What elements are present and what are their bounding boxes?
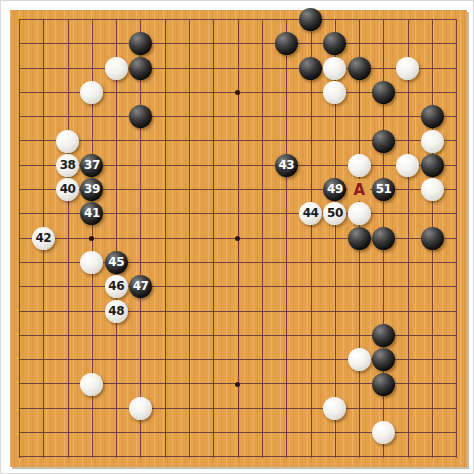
move-number: 42: [35, 227, 51, 250]
stone-white[interactable]: [396, 154, 419, 177]
stone-white[interactable]: [421, 178, 444, 201]
stone-black-move-51[interactable]: 51: [372, 178, 395, 201]
move-number: 48: [108, 300, 124, 323]
stone-white-move-38[interactable]: 38: [56, 154, 79, 177]
stone-black[interactable]: [348, 57, 371, 80]
annotation-a[interactable]: A: [348, 179, 370, 201]
stone-white[interactable]: [396, 57, 419, 80]
stone-black[interactable]: [372, 81, 395, 104]
stone-black-move-43[interactable]: 43: [275, 154, 298, 177]
move-number: 49: [327, 178, 343, 201]
move-number: 37: [84, 154, 100, 177]
stone-black[interactable]: [299, 57, 322, 80]
move-number: 45: [108, 251, 124, 274]
stone-white[interactable]: [348, 154, 371, 177]
star-point: [235, 236, 240, 241]
move-number: 38: [60, 154, 76, 177]
screenshot-frame: 373843403949514144504245464748A: [0, 0, 474, 474]
stone-black[interactable]: [299, 8, 322, 31]
stone-white[interactable]: [105, 57, 128, 80]
stone-white-move-46[interactable]: 46: [105, 275, 128, 298]
stone-black[interactable]: [372, 324, 395, 347]
stone-white[interactable]: [56, 130, 79, 153]
stone-black[interactable]: [129, 57, 152, 80]
stone-white[interactable]: [372, 421, 395, 444]
move-number: 46: [108, 275, 124, 298]
stone-white[interactable]: [421, 130, 444, 153]
stone-white[interactable]: [323, 57, 346, 80]
stone-white[interactable]: [129, 397, 152, 420]
move-number: 50: [327, 202, 343, 225]
move-number: 44: [303, 202, 319, 225]
stone-black[interactable]: [372, 373, 395, 396]
stone-black-move-45[interactable]: 45: [105, 251, 128, 274]
stone-black[interactable]: [275, 32, 298, 55]
move-number: 40: [60, 178, 76, 201]
move-number: 51: [376, 178, 392, 201]
stone-black[interactable]: [421, 227, 444, 250]
stone-white-move-42[interactable]: 42: [32, 227, 55, 250]
stone-white[interactable]: [348, 348, 371, 371]
move-number: 39: [84, 178, 100, 201]
move-number: 41: [84, 202, 100, 225]
stone-black[interactable]: [421, 105, 444, 128]
go-board: 373843403949514144504245464748A: [10, 10, 467, 467]
stone-white[interactable]: [80, 373, 103, 396]
move-number: 43: [278, 154, 294, 177]
stone-white[interactable]: [348, 202, 371, 225]
move-number: 47: [133, 275, 149, 298]
stone-black[interactable]: [348, 227, 371, 250]
stone-black[interactable]: [372, 130, 395, 153]
stone-black[interactable]: [372, 227, 395, 250]
star-point: [235, 382, 240, 387]
stone-black[interactable]: [421, 154, 444, 177]
stone-white-move-48[interactable]: 48: [105, 300, 128, 323]
